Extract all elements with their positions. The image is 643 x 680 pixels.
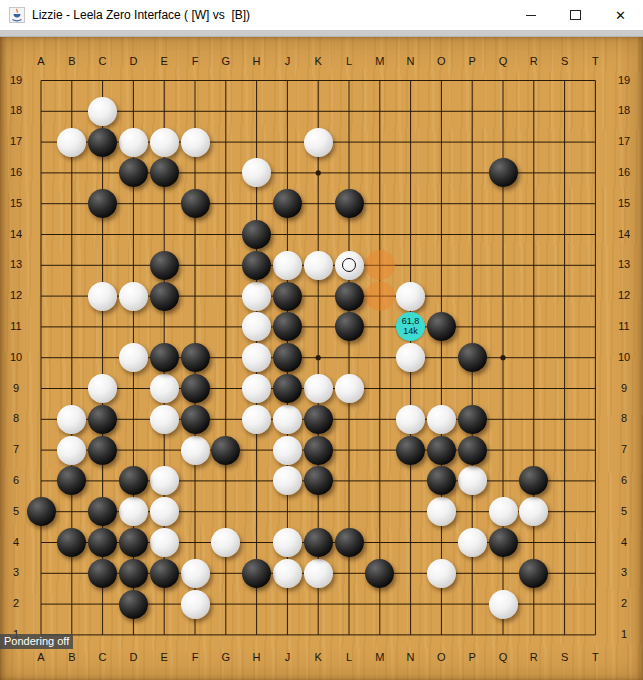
black-stone [88, 405, 117, 434]
black-stone [273, 282, 302, 311]
black-stone [365, 559, 394, 588]
white-stone [242, 282, 271, 311]
column-label: Q [492, 651, 514, 663]
black-stone [88, 436, 117, 465]
row-label: 14 [613, 228, 635, 240]
white-stone [242, 374, 271, 403]
white-stone [273, 251, 302, 280]
column-label: C [92, 651, 114, 663]
row-label: 15 [5, 197, 27, 209]
column-label: L [338, 651, 360, 663]
white-stone [150, 497, 179, 526]
row-label: 2 [5, 597, 27, 609]
white-stone [181, 559, 210, 588]
white-stone [489, 497, 518, 526]
column-label: K [307, 651, 329, 663]
column-label: D [122, 651, 144, 663]
column-label: M [369, 651, 391, 663]
column-label: C [92, 55, 114, 67]
black-stone [304, 466, 333, 495]
column-label: N [400, 55, 422, 67]
black-stone [150, 559, 179, 588]
last-move-marker [342, 258, 356, 272]
status-pondering: Pondering off [0, 634, 73, 649]
column-label: J [276, 651, 298, 663]
white-stone [242, 405, 271, 434]
row-label: 19 [613, 74, 635, 86]
column-label: R [523, 55, 545, 67]
black-stone [396, 436, 425, 465]
go-board[interactable]: AABBCCDDEEFFGGHHJJKKLLMMNNOOPPQQRRSSTT19… [0, 37, 643, 680]
row-label: 12 [5, 289, 27, 301]
white-stone [427, 497, 456, 526]
black-stone [335, 312, 364, 341]
black-stone [273, 374, 302, 403]
column-label: S [554, 651, 576, 663]
column-label: M [369, 55, 391, 67]
black-stone [335, 282, 364, 311]
row-label: 3 [5, 566, 27, 578]
white-stone [150, 405, 179, 434]
row-label: 16 [5, 166, 27, 178]
white-stone [489, 590, 518, 619]
row-label: 10 [613, 351, 635, 363]
column-label: T [584, 651, 606, 663]
white-stone [427, 559, 456, 588]
column-label: N [400, 651, 422, 663]
black-stone [211, 436, 240, 465]
column-label: O [430, 55, 452, 67]
row-label: 11 [613, 320, 635, 332]
star-point [316, 355, 321, 360]
black-stone [242, 251, 271, 280]
heatmap-blob [365, 281, 395, 311]
column-label: E [153, 651, 175, 663]
close-icon: ✕ [615, 9, 626, 22]
row-label: 10 [5, 351, 27, 363]
white-stone [88, 282, 117, 311]
row-label: 5 [613, 505, 635, 517]
column-label: S [554, 55, 576, 67]
white-stone [181, 436, 210, 465]
window-titlebar[interactable]: Lizzie - Leela Zero Interface ( [W] vs [… [0, 0, 643, 30]
row-label: 7 [613, 443, 635, 455]
row-label: 6 [613, 474, 635, 486]
black-stone [181, 374, 210, 403]
black-stone [181, 343, 210, 372]
white-stone [181, 590, 210, 619]
row-label: 8 [5, 412, 27, 424]
star-point [316, 170, 321, 175]
white-stone [335, 374, 364, 403]
black-stone [88, 528, 117, 557]
black-stone [119, 590, 148, 619]
white-stone [273, 405, 302, 434]
column-label: H [246, 651, 268, 663]
column-label: B [61, 55, 83, 67]
white-stone [57, 405, 86, 434]
row-label: 13 [613, 258, 635, 270]
white-stone [119, 497, 148, 526]
white-stone [88, 374, 117, 403]
row-label: 14 [5, 228, 27, 240]
black-stone [273, 189, 302, 218]
black-stone [489, 528, 518, 557]
black-stone [150, 343, 179, 372]
black-stone [519, 559, 548, 588]
row-label: 18 [5, 104, 27, 116]
column-label: K [307, 55, 329, 67]
row-label: 2 [613, 597, 635, 609]
row-label: 9 [613, 382, 635, 394]
black-stone [427, 436, 456, 465]
column-label: F [184, 55, 206, 67]
java-icon [9, 7, 25, 23]
row-label: 15 [613, 197, 635, 209]
white-stone [150, 374, 179, 403]
black-stone [88, 128, 117, 157]
column-label: A [30, 55, 52, 67]
window-title: Lizzie - Leela Zero Interface ( [W] vs [… [32, 0, 250, 30]
row-label: 3 [613, 566, 635, 578]
white-stone [57, 436, 86, 465]
black-stone [273, 343, 302, 372]
row-label: 17 [613, 135, 635, 147]
black-stone [181, 405, 210, 434]
black-stone [458, 343, 487, 372]
heatmap-blob [365, 250, 395, 280]
white-stone [150, 128, 179, 157]
black-stone [335, 189, 364, 218]
column-label: G [215, 651, 237, 663]
white-stone [396, 282, 425, 311]
black-stone [119, 559, 148, 588]
white-stone [119, 343, 148, 372]
column-label: P [461, 651, 483, 663]
row-label: 7 [5, 443, 27, 455]
black-stone [458, 436, 487, 465]
column-label: L [338, 55, 360, 67]
white-stone [427, 405, 456, 434]
black-stone [304, 436, 333, 465]
column-label: A [30, 651, 52, 663]
row-label: 9 [5, 382, 27, 394]
maximize-icon [570, 10, 581, 20]
row-label: 18 [613, 104, 635, 116]
column-label: O [430, 651, 452, 663]
column-label: J [276, 55, 298, 67]
row-label: 11 [5, 320, 27, 332]
row-label: 4 [613, 536, 635, 548]
black-stone [150, 282, 179, 311]
column-label: G [215, 55, 237, 67]
white-stone [304, 251, 333, 280]
white-stone [88, 97, 117, 126]
white-stone [304, 374, 333, 403]
black-stone [150, 158, 179, 187]
minimize-icon [526, 15, 536, 16]
column-label: F [184, 651, 206, 663]
black-stone [489, 158, 518, 187]
black-stone [88, 559, 117, 588]
black-stone [458, 405, 487, 434]
black-stone [150, 251, 179, 280]
white-stone [57, 128, 86, 157]
white-stone [396, 405, 425, 434]
minimize-button[interactable] [508, 0, 553, 30]
row-label: 13 [5, 258, 27, 270]
white-stone [181, 128, 210, 157]
black-stone [335, 528, 364, 557]
white-stone [304, 128, 333, 157]
row-label: 1 [613, 628, 635, 640]
lizzie-window: Lizzie - Leela Zero Interface ( [W] vs [… [0, 0, 643, 680]
white-stone [304, 559, 333, 588]
column-label: R [523, 651, 545, 663]
black-stone [181, 189, 210, 218]
window-frame-strip [0, 30, 643, 37]
black-stone [304, 405, 333, 434]
white-stone [273, 559, 302, 588]
black-stone [304, 528, 333, 557]
close-button[interactable]: ✕ [598, 0, 643, 30]
white-stone [119, 282, 148, 311]
suggestion-visits: 14k [403, 327, 418, 336]
row-label: 6 [5, 474, 27, 486]
white-stone [150, 466, 179, 495]
row-label: 16 [613, 166, 635, 178]
row-label: 4 [5, 536, 27, 548]
black-stone [242, 220, 271, 249]
row-label: 5 [5, 505, 27, 517]
column-label: B [61, 651, 83, 663]
black-stone [119, 528, 148, 557]
black-stone [242, 559, 271, 588]
white-stone [273, 436, 302, 465]
row-label: 17 [5, 135, 27, 147]
star-point [500, 355, 505, 360]
row-label: 19 [5, 74, 27, 86]
column-label: E [153, 55, 175, 67]
maximize-button[interactable] [553, 0, 598, 30]
white-stone [458, 528, 487, 557]
column-label: D [122, 55, 144, 67]
column-label: T [584, 55, 606, 67]
column-label: P [461, 55, 483, 67]
white-stone [119, 128, 148, 157]
row-label: 12 [613, 289, 635, 301]
column-label: Q [492, 55, 514, 67]
white-stone [150, 528, 179, 557]
white-stone [273, 528, 302, 557]
black-stone [27, 497, 56, 526]
white-stone [458, 466, 487, 495]
column-label: H [246, 55, 268, 67]
row-label: 8 [613, 412, 635, 424]
